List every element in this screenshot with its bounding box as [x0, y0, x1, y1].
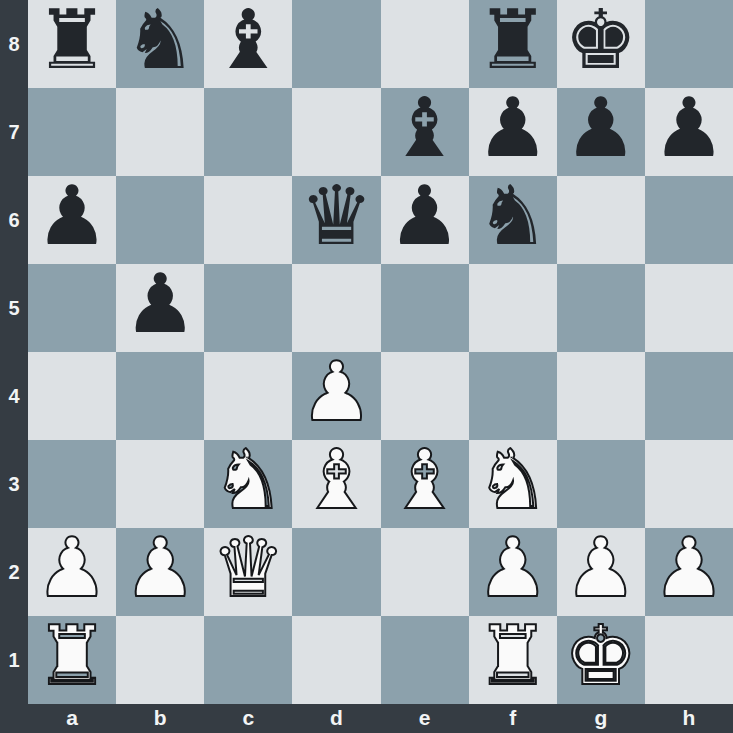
white-queen[interactable]: ♛ [212, 528, 286, 609]
square-e8[interactable] [381, 0, 469, 88]
square-f1[interactable]: ♜ [469, 616, 557, 704]
white-knight[interactable]: ♞ [212, 440, 286, 521]
square-g2[interactable]: ♟ [557, 528, 645, 616]
square-g1[interactable]: ♚ [557, 616, 645, 704]
square-h8[interactable] [645, 0, 733, 88]
square-e1[interactable] [381, 616, 469, 704]
file-label-f: f [469, 704, 557, 733]
square-g7[interactable]: ♟ [557, 88, 645, 176]
white-king[interactable]: ♚ [564, 616, 638, 697]
white-pawn[interactable]: ♟ [564, 528, 638, 609]
rank-label-3: 3 [0, 440, 28, 528]
square-d3[interactable]: ♝ [292, 440, 380, 528]
black-bishop[interactable]: ♝ [212, 0, 286, 81]
square-a2[interactable]: ♟ [28, 528, 116, 616]
rank-label-1: 1 [0, 616, 28, 704]
square-f3[interactable]: ♞ [469, 440, 557, 528]
white-bishop[interactable]: ♝ [388, 440, 462, 521]
black-king[interactable]: ♚ [564, 0, 638, 81]
file-label-g: g [557, 704, 645, 733]
square-a3[interactable] [28, 440, 116, 528]
square-a7[interactable] [28, 88, 116, 176]
square-a8[interactable]: ♜ [28, 0, 116, 88]
square-e6[interactable]: ♟ [381, 176, 469, 264]
white-pawn[interactable]: ♟ [35, 528, 109, 609]
black-bishop[interactable]: ♝ [388, 88, 462, 169]
white-rook[interactable]: ♜ [35, 616, 109, 697]
square-h3[interactable] [645, 440, 733, 528]
rank-label-6: 6 [0, 176, 28, 264]
file-label-h: h [645, 704, 733, 733]
square-d5[interactable] [292, 264, 380, 352]
square-c1[interactable] [204, 616, 292, 704]
square-d8[interactable] [292, 0, 380, 88]
square-d6[interactable]: ♛ [292, 176, 380, 264]
file-label-d: d [292, 704, 380, 733]
rank-label-2: 2 [0, 528, 28, 616]
square-h7[interactable]: ♟ [645, 88, 733, 176]
black-pawn[interactable]: ♟ [388, 176, 462, 257]
white-pawn[interactable]: ♟ [123, 528, 197, 609]
square-f4[interactable] [469, 352, 557, 440]
square-g8[interactable]: ♚ [557, 0, 645, 88]
black-rook[interactable]: ♜ [35, 0, 109, 81]
square-h2[interactable]: ♟ [645, 528, 733, 616]
square-b7[interactable] [116, 88, 204, 176]
square-c7[interactable] [204, 88, 292, 176]
square-h6[interactable] [645, 176, 733, 264]
square-d4[interactable]: ♟ [292, 352, 380, 440]
square-a1[interactable]: ♜ [28, 616, 116, 704]
black-knight[interactable]: ♞ [123, 0, 197, 81]
square-h1[interactable] [645, 616, 733, 704]
file-label-c: c [204, 704, 292, 733]
white-pawn[interactable]: ♟ [300, 352, 374, 433]
square-g5[interactable] [557, 264, 645, 352]
square-d7[interactable] [292, 88, 380, 176]
file-label-a: a [28, 704, 116, 733]
square-g3[interactable] [557, 440, 645, 528]
square-h5[interactable] [645, 264, 733, 352]
square-h4[interactable] [645, 352, 733, 440]
square-e3[interactable]: ♝ [381, 440, 469, 528]
square-b6[interactable] [116, 176, 204, 264]
white-bishop[interactable]: ♝ [300, 440, 374, 521]
square-f5[interactable] [469, 264, 557, 352]
black-knight[interactable]: ♞ [476, 176, 550, 257]
square-a5[interactable] [28, 264, 116, 352]
rank-label-4: 4 [0, 352, 28, 440]
black-pawn[interactable]: ♟ [476, 88, 550, 169]
square-e7[interactable]: ♝ [381, 88, 469, 176]
square-d2[interactable] [292, 528, 380, 616]
board-frame-corner [0, 704, 28, 733]
square-e4[interactable] [381, 352, 469, 440]
file-labels: abcdefgh [28, 704, 733, 733]
square-c4[interactable] [204, 352, 292, 440]
square-g4[interactable] [557, 352, 645, 440]
rank-labels: 87654321 [0, 0, 28, 704]
square-b3[interactable] [116, 440, 204, 528]
chess-board: ♜♞♝♜♚♝♟♟♟♟♛♟♞♟♟♞♝♝♞♟♟♛♟♟♟♜♜♚ [28, 0, 733, 704]
square-b2[interactable]: ♟ [116, 528, 204, 616]
square-f2[interactable]: ♟ [469, 528, 557, 616]
file-label-e: e [381, 704, 469, 733]
square-f8[interactable]: ♜ [469, 0, 557, 88]
square-e2[interactable] [381, 528, 469, 616]
square-b8[interactable]: ♞ [116, 0, 204, 88]
square-f7[interactable]: ♟ [469, 88, 557, 176]
square-d1[interactable] [292, 616, 380, 704]
square-a6[interactable]: ♟ [28, 176, 116, 264]
white-pawn[interactable]: ♟ [476, 528, 550, 609]
black-pawn[interactable]: ♟ [35, 176, 109, 257]
square-b4[interactable] [116, 352, 204, 440]
white-pawn[interactable]: ♟ [652, 528, 726, 609]
black-queen[interactable]: ♛ [300, 176, 374, 257]
black-pawn[interactable]: ♟ [564, 88, 638, 169]
square-e5[interactable] [381, 264, 469, 352]
square-g6[interactable] [557, 176, 645, 264]
file-label-b: b [116, 704, 204, 733]
square-a4[interactable] [28, 352, 116, 440]
square-f6[interactable]: ♞ [469, 176, 557, 264]
square-c6[interactable] [204, 176, 292, 264]
rank-label-5: 5 [0, 264, 28, 352]
chess-board-frame: 87654321 ♜♞♝♜♚♝♟♟♟♟♛♟♞♟♟♞♝♝♞♟♟♛♟♟♟♜♜♚ ab… [0, 0, 733, 733]
black-pawn[interactable]: ♟ [652, 88, 726, 169]
square-b1[interactable] [116, 616, 204, 704]
black-pawn[interactable]: ♟ [123, 264, 197, 345]
square-c2[interactable]: ♛ [204, 528, 292, 616]
square-c5[interactable] [204, 264, 292, 352]
rank-label-8: 8 [0, 0, 28, 88]
square-c3[interactable]: ♞ [204, 440, 292, 528]
white-rook[interactable]: ♜ [476, 616, 550, 697]
white-knight[interactable]: ♞ [476, 440, 550, 521]
square-b5[interactable]: ♟ [116, 264, 204, 352]
black-rook[interactable]: ♜ [476, 0, 550, 81]
rank-label-7: 7 [0, 88, 28, 176]
square-c8[interactable]: ♝ [204, 0, 292, 88]
